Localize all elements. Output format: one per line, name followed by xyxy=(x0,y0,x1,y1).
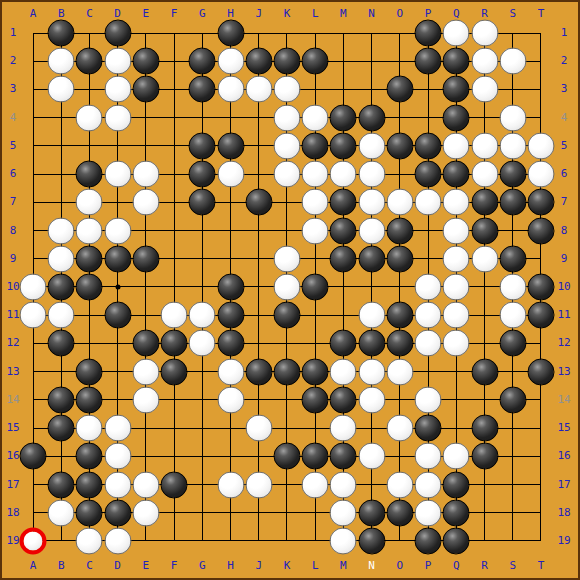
black-stone[interactable] xyxy=(76,273,103,300)
white-stone[interactable] xyxy=(273,273,300,300)
coordinate-label-top: C xyxy=(77,8,101,20)
black-stone[interactable] xyxy=(76,161,103,188)
black-stone[interactable] xyxy=(217,132,244,159)
white-stone[interactable] xyxy=(245,415,272,442)
black-stone[interactable] xyxy=(330,104,357,131)
black-stone[interactable] xyxy=(358,499,385,526)
white-stone[interactable] xyxy=(76,527,103,554)
black-stone[interactable] xyxy=(217,273,244,300)
white-stone[interactable] xyxy=(302,471,329,498)
black-stone[interactable] xyxy=(104,302,131,329)
white-stone[interactable] xyxy=(104,161,131,188)
coordinate-label-right: 6 xyxy=(552,168,576,180)
coordinate-label-right: 1 xyxy=(552,27,576,39)
black-stone[interactable] xyxy=(415,527,442,554)
white-stone[interactable] xyxy=(302,161,329,188)
coordinate-label-left: 12 xyxy=(1,337,25,349)
black-stone[interactable] xyxy=(443,499,470,526)
white-stone[interactable] xyxy=(358,217,385,244)
white-stone[interactable] xyxy=(499,132,526,159)
black-stone[interactable] xyxy=(76,48,103,75)
white-stone[interactable] xyxy=(386,415,413,442)
coordinate-label-bottom: A xyxy=(21,560,45,572)
coordinate-label-top: M xyxy=(331,8,355,20)
white-stone[interactable] xyxy=(443,217,470,244)
white-stone[interactable] xyxy=(132,358,159,385)
white-stone[interactable] xyxy=(443,443,470,470)
white-stone[interactable] xyxy=(104,48,131,75)
coordinate-label-top: T xyxy=(529,8,553,20)
black-stone[interactable] xyxy=(471,189,498,216)
black-stone[interactable] xyxy=(443,76,470,103)
black-stone[interactable] xyxy=(415,20,442,47)
coordinate-label-left: 7 xyxy=(1,196,25,208)
black-stone[interactable] xyxy=(302,48,329,75)
black-stone[interactable] xyxy=(132,245,159,272)
white-stone[interactable] xyxy=(443,189,470,216)
coordinate-label-bottom: E xyxy=(134,560,158,572)
black-stone[interactable] xyxy=(415,48,442,75)
black-stone[interactable] xyxy=(217,330,244,357)
black-stone[interactable] xyxy=(330,386,357,413)
black-stone[interactable] xyxy=(499,189,526,216)
white-stone[interactable] xyxy=(104,104,131,131)
coordinate-label-right: 19 xyxy=(552,535,576,547)
coordinate-label-top: R xyxy=(473,8,497,20)
white-stone[interactable] xyxy=(302,217,329,244)
black-stone[interactable] xyxy=(161,471,188,498)
white-stone[interactable] xyxy=(273,104,300,131)
white-stone[interactable] xyxy=(273,76,300,103)
white-stone[interactable] xyxy=(527,132,554,159)
coordinate-label-bottom: S xyxy=(501,560,525,572)
coordinate-label-bottom: L xyxy=(303,560,327,572)
black-stone[interactable] xyxy=(302,273,329,300)
coordinate-label-right: 14 xyxy=(552,394,576,406)
coordinate-label-top: L xyxy=(303,8,327,20)
black-stone[interactable] xyxy=(386,217,413,244)
coordinate-label-top: E xyxy=(134,8,158,20)
black-stone[interactable] xyxy=(527,189,554,216)
white-stone[interactable] xyxy=(330,527,357,554)
black-stone[interactable] xyxy=(76,471,103,498)
black-stone[interactable] xyxy=(273,443,300,470)
coordinate-label-left: 8 xyxy=(1,225,25,237)
white-stone[interactable] xyxy=(217,76,244,103)
marked-last-move-stone[interactable] xyxy=(20,527,47,554)
white-stone[interactable] xyxy=(132,499,159,526)
white-stone[interactable] xyxy=(358,443,385,470)
coordinate-label-top: F xyxy=(162,8,186,20)
coordinate-label-bottom: D xyxy=(106,560,130,572)
white-stone[interactable] xyxy=(48,48,75,75)
white-stone[interactable] xyxy=(20,302,47,329)
white-stone[interactable] xyxy=(104,471,131,498)
coordinate-label-left: 14 xyxy=(1,394,25,406)
black-stone[interactable] xyxy=(302,358,329,385)
black-stone[interactable] xyxy=(189,161,216,188)
coordinate-label-right: 12 xyxy=(552,337,576,349)
black-stone[interactable] xyxy=(415,132,442,159)
black-stone[interactable] xyxy=(358,330,385,357)
black-stone[interactable] xyxy=(189,132,216,159)
coordinate-label-bottom: H xyxy=(219,560,243,572)
black-stone[interactable] xyxy=(273,358,300,385)
black-stone[interactable] xyxy=(104,245,131,272)
coordinate-label-top: K xyxy=(275,8,299,20)
coordinate-label-right: 8 xyxy=(552,225,576,237)
coordinate-label-left: 6 xyxy=(1,168,25,180)
coordinate-label-bottom: J xyxy=(247,560,271,572)
black-stone[interactable] xyxy=(358,104,385,131)
coordinate-label-left: 1 xyxy=(1,27,25,39)
white-stone[interactable] xyxy=(104,443,131,470)
black-stone[interactable] xyxy=(330,330,357,357)
coordinate-label-left: 4 xyxy=(1,112,25,124)
black-stone[interactable] xyxy=(302,386,329,413)
white-stone[interactable] xyxy=(217,48,244,75)
coordinate-label-top: B xyxy=(49,8,73,20)
black-stone[interactable] xyxy=(499,330,526,357)
white-stone[interactable] xyxy=(217,161,244,188)
coordinate-label-right: 5 xyxy=(552,140,576,152)
coordinate-label-top: D xyxy=(106,8,130,20)
black-stone[interactable] xyxy=(527,273,554,300)
white-stone[interactable] xyxy=(76,217,103,244)
white-stone[interactable] xyxy=(132,189,159,216)
white-stone[interactable] xyxy=(443,273,470,300)
white-stone[interactable] xyxy=(499,273,526,300)
white-stone[interactable] xyxy=(415,386,442,413)
black-stone[interactable] xyxy=(76,245,103,272)
coordinate-label-right: 2 xyxy=(552,55,576,67)
white-stone[interactable] xyxy=(48,217,75,244)
white-stone[interactable] xyxy=(302,104,329,131)
white-stone[interactable] xyxy=(217,386,244,413)
white-stone[interactable] xyxy=(330,358,357,385)
black-stone[interactable] xyxy=(443,527,470,554)
white-stone[interactable] xyxy=(132,386,159,413)
white-stone[interactable] xyxy=(499,302,526,329)
coordinate-label-bottom: K xyxy=(275,560,299,572)
coordinate-label-bottom: F xyxy=(162,560,186,572)
black-stone[interactable] xyxy=(443,471,470,498)
white-stone[interactable] xyxy=(527,161,554,188)
coordinate-label-right: 7 xyxy=(552,196,576,208)
black-stone[interactable] xyxy=(358,527,385,554)
white-stone[interactable] xyxy=(104,76,131,103)
white-stone[interactable] xyxy=(273,132,300,159)
white-stone[interactable] xyxy=(358,161,385,188)
white-stone[interactable] xyxy=(217,471,244,498)
black-stone[interactable] xyxy=(76,443,103,470)
coordinate-label-top: P xyxy=(416,8,440,20)
black-stone[interactable] xyxy=(48,386,75,413)
black-stone[interactable] xyxy=(386,499,413,526)
black-stone[interactable] xyxy=(76,499,103,526)
white-stone[interactable] xyxy=(358,386,385,413)
white-stone[interactable] xyxy=(104,527,131,554)
coordinate-label-top: S xyxy=(501,8,525,20)
white-stone[interactable] xyxy=(386,471,413,498)
coordinate-label-top: Q xyxy=(444,8,468,20)
black-stone[interactable] xyxy=(386,245,413,272)
black-stone[interactable] xyxy=(245,189,272,216)
black-stone[interactable] xyxy=(415,161,442,188)
white-stone[interactable] xyxy=(104,415,131,442)
white-stone[interactable] xyxy=(443,330,470,357)
white-stone[interactable] xyxy=(48,76,75,103)
coordinate-label-right: 11 xyxy=(552,309,576,321)
black-stone[interactable] xyxy=(76,386,103,413)
coordinate-label-right: 9 xyxy=(552,253,576,265)
black-stone[interactable] xyxy=(132,330,159,357)
white-stone[interactable] xyxy=(471,48,498,75)
white-stone[interactable] xyxy=(471,161,498,188)
white-stone[interactable] xyxy=(471,76,498,103)
coordinate-label-left: 15 xyxy=(1,422,25,434)
coordinate-label-bottom: B xyxy=(49,560,73,572)
coordinate-label-top: N xyxy=(360,8,384,20)
coordinate-label-right: 10 xyxy=(552,281,576,293)
white-stone[interactable] xyxy=(358,358,385,385)
coordinate-label-left: 2 xyxy=(1,55,25,67)
white-stone[interactable] xyxy=(358,132,385,159)
coordinate-label-top: O xyxy=(388,8,412,20)
black-stone[interactable] xyxy=(330,217,357,244)
black-stone[interactable] xyxy=(527,302,554,329)
black-stone[interactable] xyxy=(104,499,131,526)
white-stone[interactable] xyxy=(443,20,470,47)
black-stone[interactable] xyxy=(471,443,498,470)
white-stone[interactable] xyxy=(189,330,216,357)
white-stone[interactable] xyxy=(48,245,75,272)
white-stone[interactable] xyxy=(386,189,413,216)
black-stone[interactable] xyxy=(217,302,244,329)
black-stone[interactable] xyxy=(386,132,413,159)
coordinate-label-bottom: T xyxy=(529,560,553,572)
white-stone[interactable] xyxy=(415,443,442,470)
black-stone[interactable] xyxy=(330,245,357,272)
black-stone[interactable] xyxy=(132,76,159,103)
black-stone[interactable] xyxy=(330,189,357,216)
coordinate-label-left: 17 xyxy=(1,479,25,491)
white-stone[interactable] xyxy=(330,471,357,498)
coordinate-label-left: 5 xyxy=(1,140,25,152)
coordinate-label-right: 17 xyxy=(552,479,576,491)
coordinate-label-bottom: N xyxy=(360,560,384,572)
coordinate-label-top: H xyxy=(219,8,243,20)
coordinate-label-bottom: G xyxy=(190,560,214,572)
star-point xyxy=(115,284,120,289)
coordinate-label-bottom: Q xyxy=(444,560,468,572)
white-stone[interactable] xyxy=(189,302,216,329)
coordinate-label-right: 18 xyxy=(552,507,576,519)
black-stone[interactable] xyxy=(161,358,188,385)
black-stone[interactable] xyxy=(471,415,498,442)
black-stone[interactable] xyxy=(386,302,413,329)
black-stone[interactable] xyxy=(245,358,272,385)
coordinate-label-left: 9 xyxy=(1,253,25,265)
white-stone[interactable] xyxy=(415,471,442,498)
white-stone[interactable] xyxy=(386,358,413,385)
black-stone[interactable] xyxy=(217,20,244,47)
coordinate-label-right: 15 xyxy=(552,422,576,434)
black-stone[interactable] xyxy=(499,161,526,188)
black-stone[interactable] xyxy=(20,443,47,470)
black-stone[interactable] xyxy=(386,330,413,357)
black-stone[interactable] xyxy=(48,471,75,498)
white-stone[interactable] xyxy=(415,330,442,357)
coordinate-label-top: J xyxy=(247,8,271,20)
white-stone[interactable] xyxy=(415,273,442,300)
black-stone[interactable] xyxy=(189,76,216,103)
coordinate-label-left: 18 xyxy=(1,507,25,519)
white-stone[interactable] xyxy=(358,302,385,329)
white-stone[interactable] xyxy=(471,132,498,159)
white-stone[interactable] xyxy=(20,273,47,300)
go-board-app: AABBCCDDEEFFGGHHJJKKLLMMNNOOPPQQRRSSTT11… xyxy=(0,0,580,580)
black-stone[interactable] xyxy=(104,20,131,47)
black-stone[interactable] xyxy=(330,443,357,470)
black-stone[interactable] xyxy=(48,415,75,442)
black-stone[interactable] xyxy=(189,189,216,216)
white-stone[interactable] xyxy=(48,499,75,526)
black-stone[interactable] xyxy=(76,358,103,385)
coordinate-label-bottom: P xyxy=(416,560,440,572)
black-stone[interactable] xyxy=(245,48,272,75)
coordinate-label-bottom: O xyxy=(388,560,412,572)
white-stone[interactable] xyxy=(358,189,385,216)
white-stone[interactable] xyxy=(443,245,470,272)
white-stone[interactable] xyxy=(415,499,442,526)
white-stone[interactable] xyxy=(245,76,272,103)
black-stone[interactable] xyxy=(415,415,442,442)
white-stone[interactable] xyxy=(471,20,498,47)
white-stone[interactable] xyxy=(161,302,188,329)
black-stone[interactable] xyxy=(527,217,554,244)
white-stone[interactable] xyxy=(443,132,470,159)
white-stone[interactable] xyxy=(273,245,300,272)
white-stone[interactable] xyxy=(499,104,526,131)
black-stone[interactable] xyxy=(471,358,498,385)
coordinate-label-top: A xyxy=(21,8,45,20)
black-stone[interactable] xyxy=(330,132,357,159)
coordinate-label-right: 13 xyxy=(552,366,576,378)
white-stone[interactable] xyxy=(132,471,159,498)
black-stone[interactable] xyxy=(499,245,526,272)
white-stone[interactable] xyxy=(330,499,357,526)
black-stone[interactable] xyxy=(471,217,498,244)
coordinate-label-left: 13 xyxy=(1,366,25,378)
black-stone[interactable] xyxy=(273,302,300,329)
white-stone[interactable] xyxy=(76,189,103,216)
white-stone[interactable] xyxy=(499,48,526,75)
black-stone[interactable] xyxy=(527,358,554,385)
black-stone[interactable] xyxy=(443,161,470,188)
coordinate-label-right: 3 xyxy=(552,83,576,95)
black-stone[interactable] xyxy=(302,443,329,470)
white-stone[interactable] xyxy=(443,302,470,329)
white-stone[interactable] xyxy=(330,161,357,188)
white-stone[interactable] xyxy=(76,104,103,131)
black-stone[interactable] xyxy=(189,48,216,75)
vertical-grid-line xyxy=(399,33,400,541)
coordinate-label-right: 16 xyxy=(552,450,576,462)
white-stone[interactable] xyxy=(48,302,75,329)
white-stone[interactable] xyxy=(76,415,103,442)
coordinate-label-bottom: C xyxy=(77,560,101,572)
black-stone[interactable] xyxy=(358,245,385,272)
coordinate-label-top: G xyxy=(190,8,214,20)
white-stone[interactable] xyxy=(415,302,442,329)
white-stone[interactable] xyxy=(330,415,357,442)
black-stone[interactable] xyxy=(386,76,413,103)
black-stone[interactable] xyxy=(443,48,470,75)
white-stone[interactable] xyxy=(132,161,159,188)
black-stone[interactable] xyxy=(48,20,75,47)
black-stone[interactable] xyxy=(302,132,329,159)
black-stone[interactable] xyxy=(443,104,470,131)
black-stone[interactable] xyxy=(132,48,159,75)
white-stone[interactable] xyxy=(217,358,244,385)
black-stone[interactable] xyxy=(273,48,300,75)
coordinate-label-right: 4 xyxy=(552,112,576,124)
black-stone[interactable] xyxy=(161,330,188,357)
coordinate-label-bottom: M xyxy=(331,560,355,572)
coordinate-label-left: 3 xyxy=(1,83,25,95)
white-stone[interactable] xyxy=(245,471,272,498)
horizontal-grid-line xyxy=(33,399,541,400)
black-stone[interactable] xyxy=(48,273,75,300)
black-stone[interactable] xyxy=(499,386,526,413)
white-stone[interactable] xyxy=(273,161,300,188)
black-stone[interactable] xyxy=(48,330,75,357)
white-stone[interactable] xyxy=(471,245,498,272)
white-stone[interactable] xyxy=(104,217,131,244)
white-stone[interactable] xyxy=(415,189,442,216)
white-stone[interactable] xyxy=(302,189,329,216)
coordinate-label-bottom: R xyxy=(473,560,497,572)
